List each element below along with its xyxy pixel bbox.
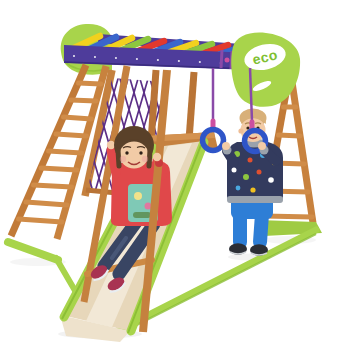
print-bar: [133, 212, 151, 218]
monster-dot-7: [257, 170, 262, 175]
monster-dot-9: [236, 186, 241, 191]
girl-hand-left: [153, 153, 161, 161]
boy-ear: [238, 128, 243, 133]
print-dot-1: [134, 192, 142, 200]
monster-dot-5: [232, 168, 237, 173]
ladder-right-rail-right: [292, 82, 313, 223]
ladder-left-rungs: [19, 83, 102, 222]
monster-dot-6: [243, 174, 249, 180]
girl-eye-left: [125, 151, 128, 154]
mid-post-right: [189, 72, 194, 140]
girl-hair-side-left: [118, 150, 119, 166]
strap-buckle: [225, 58, 230, 63]
girl-arm-right: [111, 150, 116, 174]
side-panel-right-shape: [231, 33, 300, 107]
boy-eye-left: [246, 126, 249, 129]
product-photo: eco: [0, 0, 345, 345]
side-panel-right: eco: [231, 33, 300, 107]
monster-dot-2: [248, 158, 253, 163]
girl-cheek-right: [142, 156, 148, 162]
girl-eye-right: [139, 151, 142, 154]
girl-hand-right: [107, 141, 115, 149]
girl-cheek-left: [120, 156, 126, 162]
girl-hair-side-right: [149, 150, 150, 166]
boy-hand-left: [258, 142, 266, 150]
monster-dot-10: [250, 187, 255, 192]
mid-post-left: [151, 70, 156, 142]
monster-dot-8: [268, 177, 274, 183]
play-gym-illustration: eco: [0, 0, 345, 345]
ladder-left-foot: [8, 242, 58, 260]
boy-hand-right: [222, 142, 230, 150]
boy-hem: [227, 196, 283, 203]
